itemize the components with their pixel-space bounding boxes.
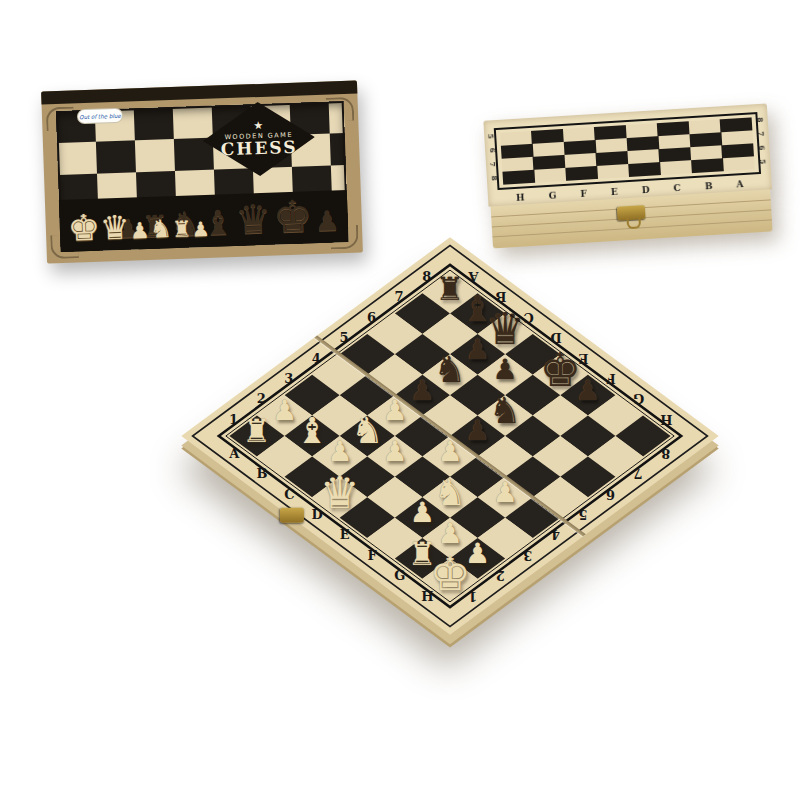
folded-letter-f: F	[580, 189, 587, 199]
file-label-e-far: E	[578, 350, 588, 365]
rank-label-3-far: 3	[524, 548, 533, 563]
file-label-d-far: D	[550, 330, 561, 345]
file-label-a: A	[229, 446, 239, 461]
rank-label-6: 6	[367, 309, 376, 324]
rank-label-1-far: 1	[468, 588, 477, 603]
rank-label-8-far: 8	[661, 446, 670, 461]
box-silhouette-strip: ♟♜♞♝♛♚♟ ♚♛♟♞♜♟	[59, 190, 349, 252]
folded-number-8: 8	[489, 175, 498, 184]
folded-number-8: 8	[756, 117, 765, 126]
file-label-e: E	[339, 527, 349, 542]
rank-label-7: 7	[395, 289, 404, 304]
rank-label-7-far: 7	[634, 466, 643, 481]
rank-label-2-far: 2	[496, 568, 505, 583]
folded-number-7: 7	[488, 161, 497, 170]
folded-letter-b: B	[705, 181, 713, 191]
box-top-strip	[41, 81, 357, 105]
folded-letter-e: E	[611, 187, 618, 197]
rank-label-3: 3	[285, 371, 294, 386]
folded-board-numbers-right: 8765	[756, 114, 767, 170]
box-mini-piece: ♛	[99, 208, 130, 248]
box-silhouette-piece: ♛	[234, 196, 273, 243]
file-label-h: H	[421, 588, 433, 603]
box-mini-piece: ♟	[191, 217, 210, 242]
rank-label-5-far: 5	[579, 507, 588, 522]
file-label-f: F	[367, 548, 376, 563]
folded-number-6: 6	[758, 145, 767, 154]
folded-number-7: 7	[757, 131, 766, 140]
folded-board: HGFEDCBA 5678 8765	[483, 103, 774, 250]
file-label-h-far: H	[660, 412, 672, 427]
clasp-icon	[617, 205, 646, 221]
file-label-a-far: A	[468, 269, 478, 284]
folded-letter-d: D	[641, 185, 649, 195]
folded-letter-g: G	[548, 190, 556, 200]
folded-number-6: 6	[487, 147, 496, 156]
rank-label-1: 1	[229, 412, 238, 427]
box-window: ♟♜♞♝♛♚♟ ♚♛♟♞♜♟	[56, 101, 349, 252]
file-label-b: B	[256, 466, 267, 481]
box-silhouette-piece: ♟	[314, 204, 342, 238]
file-label-d: D	[311, 507, 322, 522]
file-label-g: G	[394, 568, 405, 583]
product-photo: ♟♜♞♝♛♚♟ ♚♛♟♞♜♟ ★ WOODEN GAME CHESS Out o…	[0, 0, 800, 800]
folded-letter-a: A	[736, 179, 744, 189]
box-mini-piece: ♚	[67, 207, 101, 249]
folded-letter-h: H	[516, 192, 525, 203]
box-mini-piece: ♟	[129, 218, 150, 244]
clasp-icon	[280, 508, 304, 523]
file-label-g-far: G	[633, 391, 644, 406]
rank-label-4: 4	[312, 350, 321, 365]
rank-label-8: 8	[422, 269, 431, 284]
box-light-pieces: ♚♛♟♞♜♟	[67, 203, 210, 249]
brand-label: Out of the blue	[78, 109, 122, 124]
star-icon: ★	[253, 121, 263, 131]
rank-label-5: 5	[340, 330, 349, 345]
chess-board: ♜♝♛♚♟♟♟♞♞♟♟♟♟♟♞♟♞♟♝♟♟♟♟♜♛♜♚ AABBCCDDEEFF…	[181, 237, 718, 635]
folded-number-5: 5	[487, 133, 496, 142]
folded-number-5: 5	[759, 159, 768, 168]
rank-label-4-far: 4	[551, 527, 560, 542]
box-silhouette-piece: ♚	[272, 190, 315, 242]
file-label-c: C	[284, 486, 294, 501]
box-mini-piece: ♜	[172, 216, 193, 242]
file-label-c-far: C	[523, 309, 533, 324]
file-label-b-far: B	[495, 289, 506, 304]
file-label-f-far: F	[606, 371, 615, 386]
product-box: ♟♜♞♝♛♚♟ ♚♛♟♞♜♟ ★ WOODEN GAME CHESS Out o…	[41, 81, 363, 264]
box-logo-title: CHESS	[221, 139, 298, 159]
box-mini-piece: ♞	[149, 214, 172, 244]
rank-label-6-far: 6	[606, 486, 615, 501]
folded-letter-c: C	[673, 183, 681, 193]
rank-label-2: 2	[257, 391, 266, 406]
